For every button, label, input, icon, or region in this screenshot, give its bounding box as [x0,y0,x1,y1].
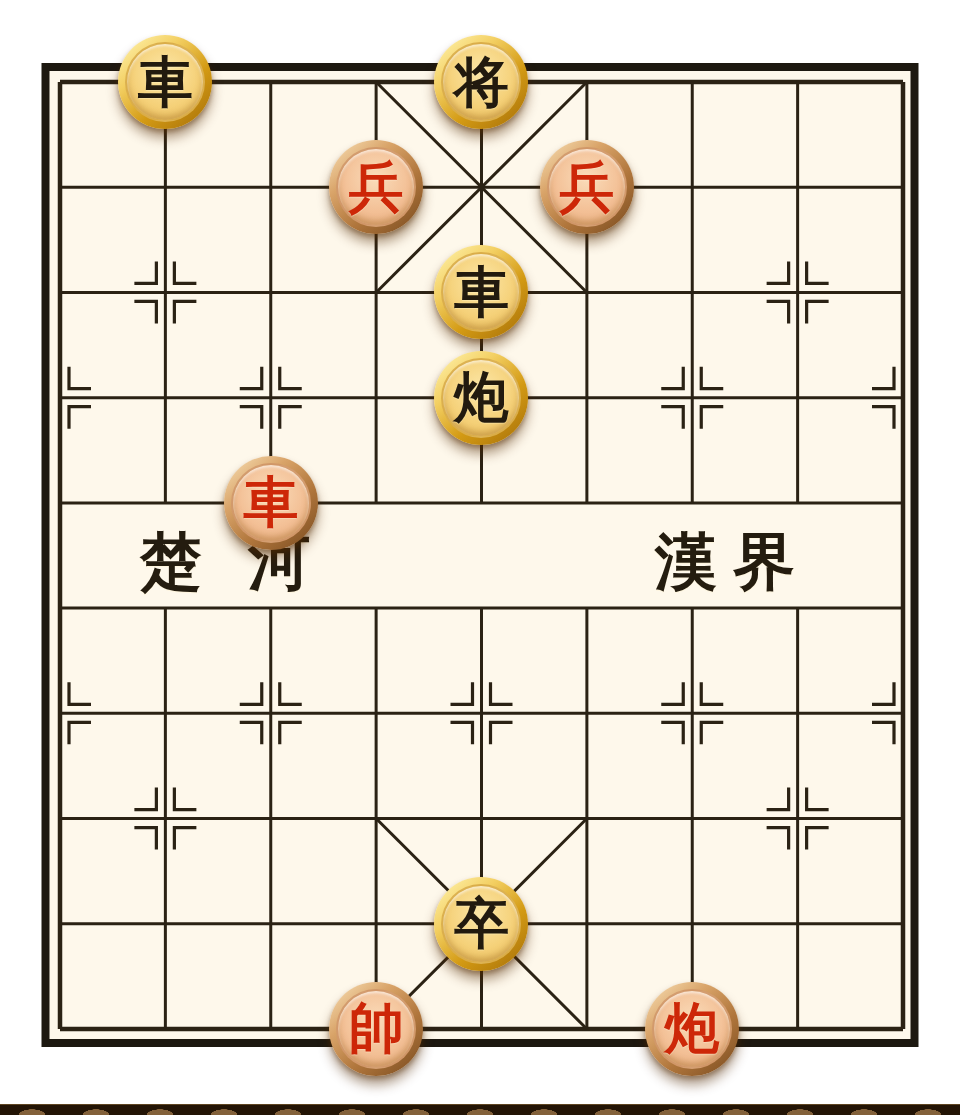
piece-face: 兵 [336,147,416,227]
piece-character: 兵 [559,159,614,214]
board-grid[interactable]: 車将兵兵車炮車卒帥炮 [7,29,955,1081]
piece-character: 車 [138,54,193,109]
piece-face: 将 [441,42,521,122]
piece-character: 兵 [349,159,404,214]
piece-character: 車 [454,264,509,319]
red-general-piece[interactable]: 帥 [329,982,423,1076]
red-cannon-piece[interactable]: 炮 [645,982,739,1076]
piece-character: 将 [454,54,509,109]
red-soldier-2-piece[interactable]: 兵 [540,140,634,234]
piece-character: 車 [243,474,298,529]
piece-face: 兵 [547,147,627,227]
piece-face: 車 [125,42,205,122]
piece-character: 炮 [454,369,509,424]
piece-face: 卒 [441,884,521,964]
red-chariot-piece[interactable]: 車 [224,456,318,550]
piece-character: 卒 [454,895,509,950]
black-chariot-2-piece[interactable]: 車 [434,245,528,339]
black-cannon-piece[interactable]: 炮 [434,351,528,445]
piece-face: 帥 [336,989,416,1069]
piece-face: 車 [441,252,521,332]
black-soldier-piece[interactable]: 卒 [434,877,528,971]
piece-face: 炮 [441,358,521,438]
piece-face: 車 [231,463,311,543]
xiangqi-game-screen: 楚河 漢界 車将兵兵車炮車卒帥炮 [0,0,960,1115]
black-chariot-1-piece[interactable]: 車 [118,35,212,129]
red-soldier-1-piece[interactable]: 兵 [329,140,423,234]
piece-character: 帥 [349,1000,404,1055]
piece-face: 炮 [652,989,732,1069]
black-general-piece[interactable]: 将 [434,35,528,129]
piece-character: 炮 [665,1000,720,1055]
piece-tray-edge [0,1104,960,1115]
